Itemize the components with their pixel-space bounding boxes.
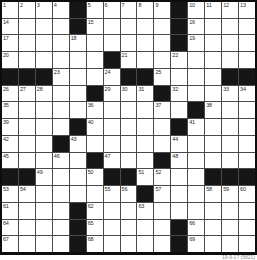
cell-r15c13[interactable] <box>205 236 221 252</box>
clue-number-47: 47 <box>105 153 111 159</box>
cell-r4c2[interactable] <box>19 52 35 68</box>
black-cell-r2c11 <box>171 19 187 35</box>
black-cell-r12c9 <box>137 186 153 202</box>
cell-r14c6[interactable]: 65 <box>87 220 103 236</box>
cell-r13c4[interactable] <box>53 203 69 219</box>
cell-r12c15[interactable]: 60 <box>239 186 255 202</box>
black-cell-r1c5 <box>70 2 86 18</box>
clue-number-53: 53 <box>3 186 9 192</box>
cell-r10c14[interactable] <box>222 153 238 169</box>
cell-r13c3[interactable] <box>36 203 52 219</box>
cell-r7c6[interactable]: 36 <box>87 102 103 118</box>
clue-number-51: 51 <box>138 169 144 175</box>
cell-r10c2[interactable] <box>19 153 35 169</box>
cell-r10c11[interactable]: 48 <box>171 153 187 169</box>
cell-r14c15[interactable] <box>239 220 255 236</box>
clue-number-68: 68 <box>88 236 94 242</box>
clue-number-58: 58 <box>206 186 212 192</box>
clue-number-30: 30 <box>122 86 128 92</box>
cell-r13c7[interactable] <box>104 203 120 219</box>
cell-r9c12[interactable] <box>188 136 204 152</box>
cell-r5c5[interactable] <box>70 69 86 85</box>
clue-number-44: 44 <box>172 136 178 142</box>
cell-r12c7[interactable]: 55 <box>104 186 120 202</box>
cell-r6c2[interactable]: 27 <box>19 86 35 102</box>
cell-r2c9[interactable] <box>137 19 153 35</box>
clue-number-4: 4 <box>54 2 57 8</box>
cell-r11c12[interactable] <box>188 169 204 185</box>
clue-number-29: 29 <box>105 86 111 92</box>
cell-r8c3[interactable] <box>36 119 52 135</box>
cell-r3c12[interactable]: 19 <box>188 35 204 51</box>
cell-r6c14[interactable]: 33 <box>222 86 238 102</box>
cell-r1c8[interactable]: 7 <box>121 2 137 18</box>
cell-r1c1[interactable]: 1 <box>2 2 18 18</box>
cell-r4c14[interactable] <box>222 52 238 68</box>
cell-r12c1[interactable]: 53 <box>2 186 18 202</box>
cell-r4c4[interactable] <box>53 52 69 68</box>
cell-r9c5[interactable]: 43 <box>70 136 86 152</box>
black-cell-r5c8 <box>121 69 137 85</box>
cell-r8c9[interactable] <box>137 119 153 135</box>
clue-number-36: 36 <box>88 102 94 108</box>
cell-r4c13[interactable] <box>205 52 221 68</box>
black-cell-r5c2 <box>19 69 35 85</box>
cell-r9c13[interactable] <box>205 136 221 152</box>
black-cell-r6c10 <box>154 86 170 102</box>
clue-number-61: 61 <box>3 203 9 209</box>
cell-r15c3[interactable] <box>36 236 52 252</box>
clue-number-25: 25 <box>155 69 161 75</box>
cell-r1c4[interactable]: 4 <box>53 2 69 18</box>
cell-r6c11[interactable]: 32 <box>171 86 187 102</box>
cell-r2c10[interactable] <box>154 19 170 35</box>
cell-r12c14[interactable]: 59 <box>222 186 238 202</box>
cell-r2c2[interactable] <box>19 19 35 35</box>
black-cell-r2c5 <box>70 19 86 35</box>
cell-r6c13[interactable] <box>205 86 221 102</box>
clue-number-11: 11 <box>206 2 211 8</box>
cell-r1c14[interactable]: 12 <box>222 2 238 18</box>
cell-r2c8[interactable] <box>121 19 137 35</box>
black-cell-r5c9 <box>137 69 153 85</box>
black-cell-r14c5 <box>70 220 86 236</box>
cell-r6c15[interactable]: 34 <box>239 86 255 102</box>
clue-number-33: 33 <box>223 86 229 92</box>
cell-r6c4[interactable] <box>53 86 69 102</box>
black-cell-r1c11 <box>171 2 187 18</box>
black-cell-r4c7 <box>104 52 120 68</box>
cell-r8c8[interactable] <box>121 119 137 135</box>
cell-r2c14[interactable] <box>222 19 238 35</box>
cell-r14c9[interactable] <box>137 220 153 236</box>
clue-number-63: 63 <box>138 203 144 209</box>
cell-r13c10[interactable] <box>154 203 170 219</box>
cell-r6c8[interactable]: 30 <box>121 86 137 102</box>
cell-r13c13[interactable] <box>205 203 221 219</box>
cell-r6c9[interactable]: 31 <box>137 86 153 102</box>
cell-r8c4[interactable] <box>53 119 69 135</box>
cell-r10c13[interactable] <box>205 153 221 169</box>
clue-number-35: 35 <box>3 102 9 108</box>
cell-r8c15[interactable] <box>239 119 255 135</box>
cell-r9c3[interactable] <box>36 136 52 152</box>
cell-r1c13[interactable]: 11 <box>205 2 221 18</box>
clue-number-26: 26 <box>3 86 9 92</box>
cell-r2c4[interactable] <box>53 19 69 35</box>
cell-r13c15[interactable] <box>239 203 255 219</box>
cell-r11c9[interactable]: 51 <box>137 169 153 185</box>
cell-r1c3[interactable]: 3 <box>36 2 52 18</box>
clue-number-69: 69 <box>189 236 195 242</box>
cell-r8c6[interactable]: 40 <box>87 119 103 135</box>
clue-number-38: 38 <box>206 102 212 108</box>
cell-r2c15[interactable] <box>239 19 255 35</box>
cell-r3c14[interactable] <box>222 35 238 51</box>
cell-r8c7[interactable] <box>104 119 120 135</box>
cell-r12c8[interactable]: 56 <box>121 186 137 202</box>
cell-r10c12[interactable] <box>188 153 204 169</box>
black-cell-r9c4 <box>53 136 69 152</box>
cell-r13c14[interactable] <box>222 203 238 219</box>
clue-number-15: 15 <box>88 19 94 25</box>
cell-r15c8[interactable] <box>121 236 137 252</box>
cell-r14c7[interactable] <box>104 220 120 236</box>
clue-number-42: 42 <box>3 136 9 142</box>
cell-r2c6[interactable]: 15 <box>87 19 103 35</box>
cell-r1c15[interactable]: 13 <box>239 2 255 18</box>
clue-number-43: 43 <box>71 136 77 142</box>
cell-r10c8[interactable] <box>121 153 137 169</box>
cell-r7c10[interactable]: 37 <box>154 102 170 118</box>
crossword-board: 1234567891011121314151617181920212223242… <box>0 0 257 255</box>
cell-r10c7[interactable]: 47 <box>104 153 120 169</box>
clue-number-56: 56 <box>122 186 128 192</box>
cell-r5c13[interactable] <box>205 69 221 85</box>
black-cell-r11c8 <box>121 169 137 185</box>
black-cell-r13c5 <box>70 203 86 219</box>
cell-r5c4[interactable]: 23 <box>53 69 69 85</box>
cell-r5c11[interactable] <box>171 69 187 85</box>
cell-r7c15[interactable] <box>239 102 255 118</box>
cell-r3c7[interactable] <box>104 35 120 51</box>
cell-r1c10[interactable]: 9 <box>154 2 170 18</box>
clue-number-2: 2 <box>20 2 23 8</box>
clue-number-27: 27 <box>20 86 26 92</box>
cell-r15c10[interactable] <box>154 236 170 252</box>
cell-r4c8[interactable]: 21 <box>121 52 137 68</box>
cell-r13c9[interactable]: 63 <box>137 203 153 219</box>
clue-number-50: 50 <box>88 169 94 175</box>
black-cell-r5c3 <box>36 69 52 85</box>
clue-number-7: 7 <box>122 2 125 8</box>
clue-number-22: 22 <box>172 52 178 58</box>
clue-number-67: 67 <box>3 236 9 242</box>
cell-r10c3[interactable] <box>36 153 52 169</box>
clue-number-28: 28 <box>37 86 43 92</box>
cell-r8c2[interactable] <box>19 119 35 135</box>
cell-r3c5[interactable]: 18 <box>70 35 86 51</box>
cell-r15c12[interactable]: 69 <box>188 236 204 252</box>
clue-number-14: 14 <box>3 19 9 25</box>
cell-r3c10[interactable] <box>154 35 170 51</box>
clue-number-18: 18 <box>71 35 77 41</box>
cell-r14c10[interactable] <box>154 220 170 236</box>
cell-r11c6[interactable]: 50 <box>87 169 103 185</box>
cell-r4c5[interactable] <box>70 52 86 68</box>
clue-number-62: 62 <box>88 203 94 209</box>
cell-r14c3[interactable] <box>36 220 52 236</box>
cell-r4c15[interactable] <box>239 52 255 68</box>
clue-number-1: 1 <box>3 2 6 8</box>
cell-r3c1[interactable]: 17 <box>2 35 18 51</box>
cell-r2c1[interactable]: 14 <box>2 19 18 35</box>
cell-r5c7[interactable]: 24 <box>104 69 120 85</box>
cell-r9c1[interactable]: 42 <box>2 136 18 152</box>
clue-number-46: 46 <box>54 153 60 159</box>
cell-r4c9[interactable] <box>137 52 153 68</box>
clue-number-5: 5 <box>88 2 91 8</box>
cell-r14c8[interactable] <box>121 220 137 236</box>
cell-r15c6[interactable]: 68 <box>87 236 103 252</box>
cell-r15c14[interactable] <box>222 236 238 252</box>
clue-number-13: 13 <box>240 2 246 8</box>
cell-r12c4[interactable] <box>53 186 69 202</box>
cell-r10c5[interactable] <box>70 153 86 169</box>
cell-r6c12[interactable] <box>188 86 204 102</box>
cell-r7c5[interactable] <box>70 102 86 118</box>
clue-number-19: 19 <box>189 35 195 41</box>
cell-r7c4[interactable] <box>53 102 69 118</box>
clue-number-66: 66 <box>189 220 195 226</box>
black-cell-r15c11 <box>171 236 187 252</box>
cell-r8c12[interactable]: 41 <box>188 119 204 135</box>
cell-r13c1[interactable]: 61 <box>2 203 18 219</box>
black-cell-r11c2 <box>19 169 35 185</box>
clue-number-49: 49 <box>37 169 43 175</box>
cell-r3c2[interactable] <box>19 35 35 51</box>
cell-r7c13[interactable]: 38 <box>205 102 221 118</box>
cell-r10c1[interactable]: 45 <box>2 153 18 169</box>
cell-r1c6[interactable]: 5 <box>87 2 103 18</box>
black-cell-r11c1 <box>2 169 18 185</box>
cell-r2c7[interactable] <box>104 19 120 35</box>
black-cell-r5c15 <box>239 69 255 85</box>
clue-number-55: 55 <box>105 186 111 192</box>
cell-r14c1[interactable]: 64 <box>2 220 18 236</box>
clue-number-57: 57 <box>155 186 161 192</box>
cell-r4c1[interactable]: 20 <box>2 52 18 68</box>
clue-number-20: 20 <box>3 52 9 58</box>
cell-r9c8[interactable] <box>121 136 137 152</box>
clue-number-54: 54 <box>20 186 26 192</box>
cell-r5c10[interactable]: 25 <box>154 69 170 85</box>
black-cell-r10c6 <box>87 153 103 169</box>
cell-r9c7[interactable] <box>104 136 120 152</box>
clue-number-60: 60 <box>240 186 246 192</box>
cell-r6c5[interactable] <box>70 86 86 102</box>
black-cell-r10c10 <box>154 153 170 169</box>
cell-r8c13[interactable] <box>205 119 221 135</box>
clue-number-65: 65 <box>88 220 94 226</box>
clue-number-41: 41 <box>189 119 195 125</box>
cell-r14c2[interactable] <box>19 220 35 236</box>
cell-r2c12[interactable]: 16 <box>188 19 204 35</box>
cell-r3c4[interactable] <box>53 35 69 51</box>
cell-r14c12[interactable]: 66 <box>188 220 204 236</box>
clue-number-39: 39 <box>3 119 9 125</box>
black-cell-r8c11 <box>171 119 187 135</box>
cell-r11c10[interactable]: 52 <box>154 169 170 185</box>
cell-r8c14[interactable] <box>222 119 238 135</box>
black-cell-r6c6 <box>87 86 103 102</box>
cell-r6c7[interactable]: 29 <box>104 86 120 102</box>
clue-number-34: 34 <box>240 86 246 92</box>
clue-number-9: 9 <box>155 2 158 8</box>
cell-r7c7[interactable] <box>104 102 120 118</box>
cell-r10c15[interactable] <box>239 153 255 169</box>
clue-number-24: 24 <box>105 69 111 75</box>
clue-number-6: 6 <box>105 2 108 8</box>
cell-r4c10[interactable] <box>154 52 170 68</box>
cell-r7c2[interactable] <box>19 102 35 118</box>
cell-r13c2[interactable] <box>19 203 35 219</box>
cell-r12c12[interactable] <box>188 186 204 202</box>
cell-r4c6[interactable] <box>87 52 103 68</box>
cell-r13c8[interactable] <box>121 203 137 219</box>
cell-r15c15[interactable] <box>239 236 255 252</box>
clue-number-40: 40 <box>88 119 94 125</box>
cell-r10c4[interactable]: 46 <box>53 153 69 169</box>
clue-number-10: 10 <box>189 2 195 8</box>
cell-r7c1[interactable]: 35 <box>2 102 18 118</box>
cell-r9c14[interactable] <box>222 136 238 152</box>
black-cell-r11c15 <box>239 169 255 185</box>
black-cell-r11c13 <box>205 169 221 185</box>
black-cell-r8c5 <box>70 119 86 135</box>
clue-number-21: 21 <box>122 52 128 58</box>
cell-r9c2[interactable] <box>19 136 35 152</box>
cell-r10c9[interactable] <box>137 153 153 169</box>
cell-r12c6[interactable] <box>87 186 103 202</box>
cell-r1c7[interactable]: 6 <box>104 2 120 18</box>
cell-r7c3[interactable] <box>36 102 52 118</box>
cell-r4c11[interactable]: 22 <box>171 52 187 68</box>
cell-r7c9[interactable] <box>137 102 153 118</box>
cell-r3c8[interactable] <box>121 35 137 51</box>
cell-r11c4[interactable] <box>53 169 69 185</box>
clue-number-52: 52 <box>155 169 161 175</box>
cell-r2c3[interactable] <box>36 19 52 35</box>
cell-r15c4[interactable] <box>53 236 69 252</box>
cell-r13c11[interactable] <box>171 203 187 219</box>
cell-r11c3[interactable]: 49 <box>36 169 52 185</box>
cell-r1c12[interactable]: 10 <box>188 2 204 18</box>
cell-r1c2[interactable]: 2 <box>19 2 35 18</box>
cell-r13c6[interactable]: 62 <box>87 203 103 219</box>
cell-r9c6[interactable] <box>87 136 103 152</box>
black-cell-r11c7 <box>104 169 120 185</box>
cell-r12c2[interactable]: 54 <box>19 186 35 202</box>
cell-r4c3[interactable] <box>36 52 52 68</box>
cell-r12c10[interactable]: 57 <box>154 186 170 202</box>
cell-r3c6[interactable] <box>87 35 103 51</box>
black-cell-r15c5 <box>70 236 86 252</box>
cell-r12c13[interactable]: 58 <box>205 186 221 202</box>
cell-r9c10[interactable] <box>154 136 170 152</box>
cell-r11c11[interactable] <box>171 169 187 185</box>
clue-number-3: 3 <box>37 2 40 8</box>
cell-r8c10[interactable] <box>154 119 170 135</box>
cell-r1c9[interactable]: 8 <box>137 2 153 18</box>
black-cell-r14c11 <box>171 220 187 236</box>
cell-r6c1[interactable]: 26 <box>2 86 18 102</box>
cell-r3c9[interactable] <box>137 35 153 51</box>
cell-r4c12[interactable] <box>188 52 204 68</box>
cell-r5c6[interactable] <box>87 69 103 85</box>
cell-r15c2[interactable] <box>19 236 35 252</box>
cell-r13c12[interactable] <box>188 203 204 219</box>
cell-r15c7[interactable] <box>104 236 120 252</box>
cell-r15c1[interactable]: 67 <box>2 236 18 252</box>
cell-r8c1[interactable]: 39 <box>2 119 18 135</box>
clue-number-37: 37 <box>155 102 161 108</box>
cell-r9c11[interactable]: 44 <box>171 136 187 152</box>
black-cell-r5c14 <box>222 69 238 85</box>
clue-number-23: 23 <box>54 69 60 75</box>
clue-number-12: 12 <box>223 2 229 8</box>
cell-r12c3[interactable] <box>36 186 52 202</box>
cell-r12c11[interactable] <box>171 186 187 202</box>
cell-r7c14[interactable] <box>222 102 238 118</box>
clue-number-17: 17 <box>3 35 9 41</box>
cell-r14c13[interactable] <box>205 220 221 236</box>
cell-r15c9[interactable] <box>137 236 153 252</box>
puzzle-date-code: 19-9-17 (5821) <box>222 254 255 260</box>
cell-r5c12[interactable] <box>188 69 204 85</box>
clue-number-32: 32 <box>172 86 178 92</box>
cell-r14c14[interactable] <box>222 220 238 236</box>
black-cell-r3c11 <box>171 35 187 51</box>
cell-r3c13[interactable] <box>205 35 221 51</box>
black-cell-r5c1 <box>2 69 18 85</box>
cell-r6c3[interactable]: 28 <box>36 86 52 102</box>
cell-r9c9[interactable] <box>137 136 153 152</box>
cell-r3c15[interactable] <box>239 35 255 51</box>
clue-number-45: 45 <box>3 153 9 159</box>
clue-number-31: 31 <box>138 86 144 92</box>
clue-number-16: 16 <box>189 19 195 25</box>
clue-number-64: 64 <box>3 220 9 226</box>
clue-number-8: 8 <box>138 2 141 8</box>
cell-r2c13[interactable] <box>205 19 221 35</box>
black-cell-r7c12 <box>188 102 204 118</box>
clue-number-59: 59 <box>223 186 229 192</box>
cell-r7c8[interactable] <box>121 102 137 118</box>
clue-number-48: 48 <box>172 153 178 159</box>
black-cell-r11c14 <box>222 169 238 185</box>
cell-r14c4[interactable] <box>53 220 69 236</box>
cell-r11c5[interactable] <box>70 169 86 185</box>
cell-r9c15[interactable] <box>239 136 255 152</box>
cell-r3c3[interactable] <box>36 35 52 51</box>
cell-r7c11[interactable] <box>171 102 187 118</box>
cell-r12c5[interactable] <box>70 186 86 202</box>
